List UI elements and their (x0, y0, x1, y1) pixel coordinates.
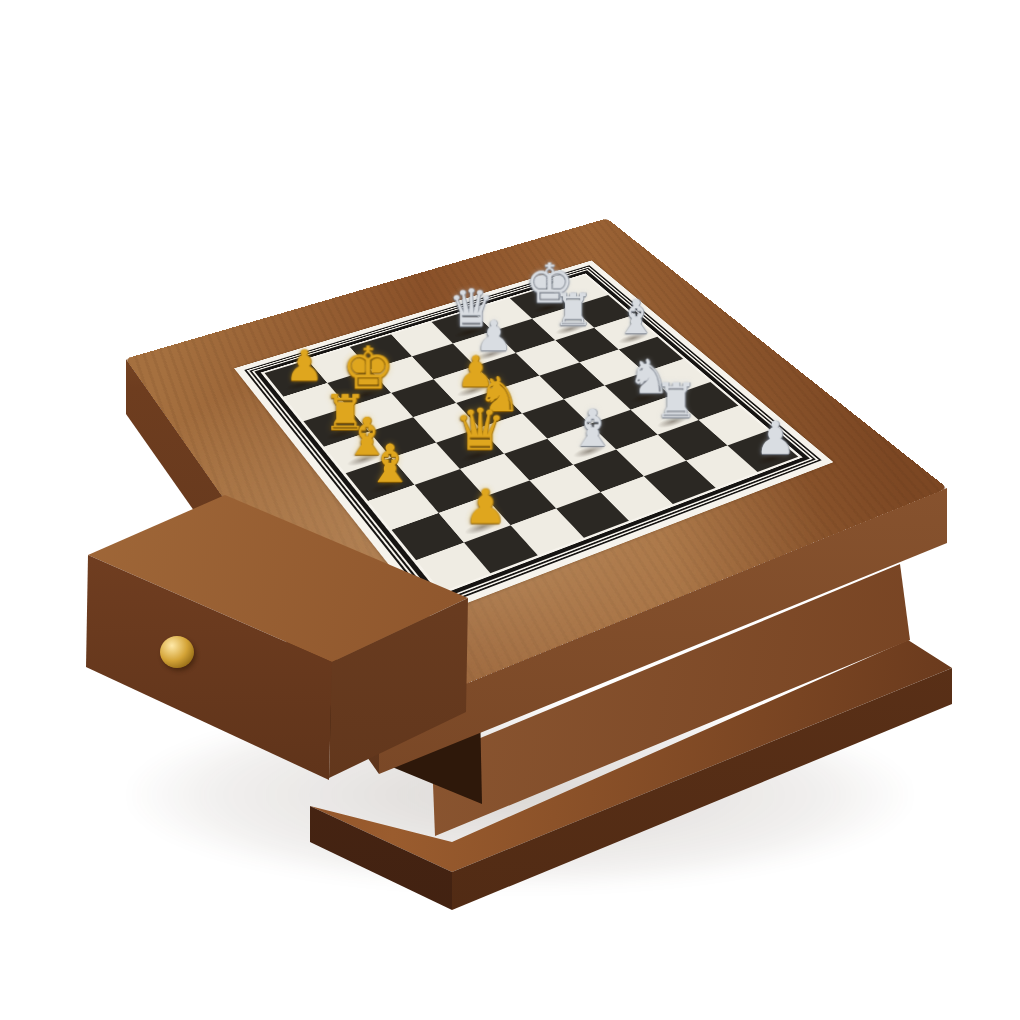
piece-gold-bishop-a4[interactable]: ♝ (365, 437, 412, 490)
piece-gold-queen-c4[interactable]: ♛ (454, 401, 506, 459)
piece-gold-pawn-b2[interactable]: ♟ (463, 483, 506, 531)
board-scene: ♟♛♚♚♟♜♜♟♝♝♞♝♛♞♝♜♟♟ (0, 0, 1020, 1020)
piece-silver-rook-g7[interactable]: ♜ (553, 287, 593, 332)
board-grid: ♟♛♚♚♟♜♜♟♝♝♞♝♛♞♝♜♟♟ (265, 275, 799, 592)
square-h1: ♟ (728, 431, 799, 472)
piece-silver-pawn-h1[interactable]: ♟ (754, 416, 795, 461)
piece-gold-pawn-a8[interactable]: ♟ (284, 344, 322, 387)
square-g3: ♜ (631, 396, 699, 435)
piece-silver-rook-g3[interactable]: ♜ (654, 377, 697, 425)
drawer-knob[interactable] (160, 636, 194, 668)
piece-silver-bishop-h6[interactable]: ♝ (615, 294, 657, 341)
product-photo: ♟♛♚♚♟♜♜♟♝♝♞♝♛♞♝♜♟♟ (0, 0, 1020, 1020)
piece-silver-bishop-e3[interactable]: ♝ (569, 403, 615, 454)
square-a8: ♟ (265, 360, 328, 397)
